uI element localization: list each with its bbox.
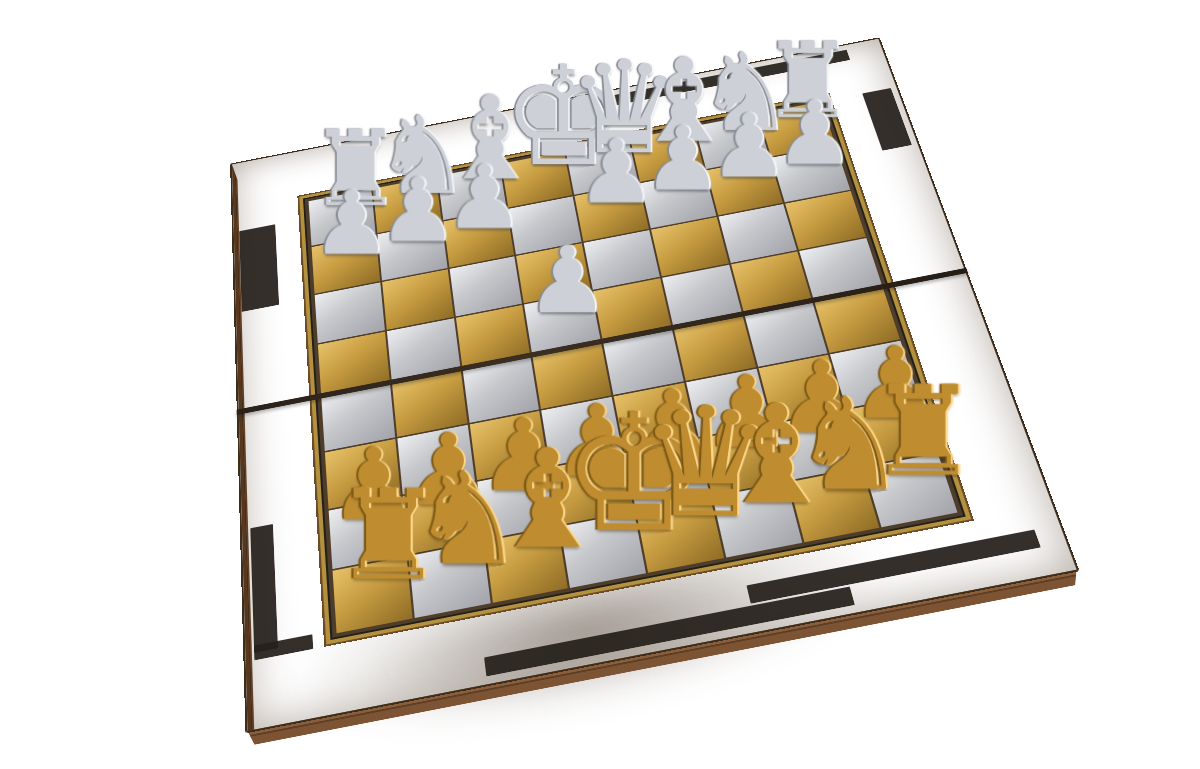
chess-board: ♜♞♝♚♛♝♞♜♟♟♟♟♟♟♟♟♟♟♟♟♟♟♟♟♜♞♝♚♛♝♞♜ xyxy=(230,37,1079,733)
square-h6[interactable] xyxy=(325,439,401,509)
ebony-inlay xyxy=(862,88,912,151)
square-a8[interactable]: ♜ xyxy=(864,453,957,527)
square-e8[interactable]: ♚ xyxy=(560,512,646,587)
white-bishop: ♝ xyxy=(632,44,696,160)
square-b8[interactable]: ♞ xyxy=(788,468,880,542)
square-d8[interactable]: ♛ xyxy=(636,498,724,573)
square-g8[interactable]: ♞ xyxy=(408,542,490,618)
square-c6[interactable] xyxy=(686,369,770,437)
white-rook: ♜ xyxy=(309,117,373,222)
perspective-wrapper: ♜♞♝♚♛♝♞♜♟♟♟♟♟♟♟♟♟♟♟♟♟♟♟♟♜♞♝♚♛♝♞♜ xyxy=(0,0,1200,769)
ebony-inlay xyxy=(239,224,279,312)
ebony-inlay xyxy=(250,524,278,653)
square-f8[interactable]: ♝ xyxy=(484,527,568,603)
square-c7[interactable]: ♟ xyxy=(699,424,786,495)
square-g6[interactable] xyxy=(397,425,474,494)
square-a7[interactable]: ♟ xyxy=(847,396,938,467)
square-h8[interactable]: ♜ xyxy=(333,557,413,634)
white-knight: ♞ xyxy=(373,101,437,209)
white-knight: ♞ xyxy=(697,38,761,146)
white-rook: ♜ xyxy=(761,29,825,134)
square-a6[interactable] xyxy=(830,341,918,408)
photo-stage: Studio photograph of a folding wooden tr… xyxy=(0,0,1200,769)
white-king: ♚ xyxy=(502,48,566,185)
square-a3[interactable] xyxy=(785,191,866,250)
board-grid: ♜♞♝♚♛♝♞♜♟♟♟♟♟♟♟♟♟♟♟♟♟♟♟♟♜♞♝♚♛♝♞♜ xyxy=(305,99,963,638)
square-f3[interactable] xyxy=(449,256,522,317)
white-bishop: ♝ xyxy=(438,81,502,197)
square-d6[interactable] xyxy=(614,383,697,451)
square-c8[interactable]: ♝ xyxy=(712,483,802,558)
